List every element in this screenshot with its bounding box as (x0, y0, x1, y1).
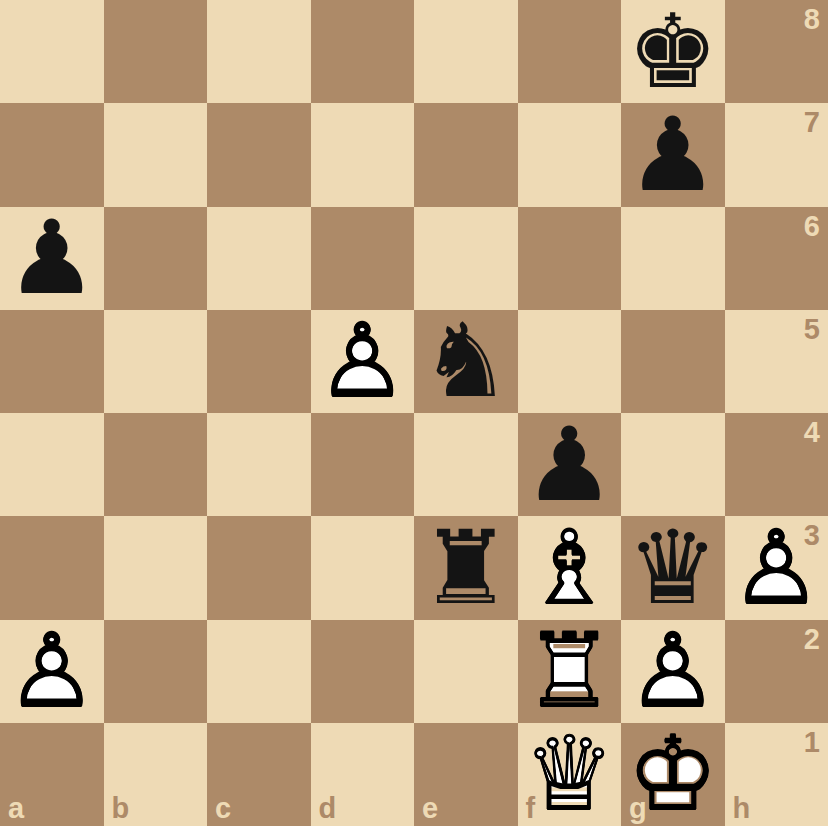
black-king[interactable]: ♚ (621, 0, 725, 103)
black-knight-glyph: ♞ (414, 310, 518, 413)
white-bishop[interactable]: ♝♗ (518, 516, 622, 619)
square-g5[interactable] (621, 310, 725, 413)
white-pawn-outline: ♙ (725, 516, 828, 619)
black-knight[interactable]: ♞ (414, 310, 518, 413)
square-e2[interactable] (414, 620, 518, 723)
square-c6[interactable] (207, 207, 311, 310)
white-pawn[interactable]: ♟♙ (725, 516, 828, 619)
white-bishop-outline: ♗ (518, 516, 622, 619)
square-h2[interactable]: 2 (725, 620, 828, 723)
square-a1[interactable]: a (0, 723, 104, 826)
square-f3[interactable]: ♝♗ (518, 516, 622, 619)
square-e1[interactable]: e (414, 723, 518, 826)
rank-label-6: 6 (804, 212, 820, 241)
white-pawn[interactable]: ♟♙ (621, 620, 725, 723)
black-queen-glyph: ♛ (621, 516, 725, 619)
square-f7[interactable] (518, 103, 622, 206)
square-g1[interactable]: g♚♔ (621, 723, 725, 826)
square-h4[interactable]: 4 (725, 413, 828, 516)
square-f4[interactable]: ♟ (518, 413, 622, 516)
square-d1[interactable]: d (311, 723, 415, 826)
square-d2[interactable] (311, 620, 415, 723)
file-label-e: e (422, 794, 438, 823)
square-e7[interactable] (414, 103, 518, 206)
black-pawn-glyph: ♟ (621, 103, 725, 206)
rank-label-8: 8 (804, 5, 820, 34)
square-e5[interactable]: ♞ (414, 310, 518, 413)
square-f2[interactable]: ♜♖ (518, 620, 622, 723)
file-label-h: h (733, 794, 751, 823)
file-label-d: d (319, 794, 337, 823)
square-a5[interactable] (0, 310, 104, 413)
square-d7[interactable] (311, 103, 415, 206)
white-king-outline: ♔ (621, 723, 725, 826)
square-c5[interactable] (207, 310, 311, 413)
square-g2[interactable]: ♟♙ (621, 620, 725, 723)
square-c3[interactable] (207, 516, 311, 619)
white-queen[interactable]: ♛♕ (518, 723, 622, 826)
rank-label-4: 4 (804, 418, 820, 447)
square-e8[interactable] (414, 0, 518, 103)
rank-label-5: 5 (804, 315, 820, 344)
black-pawn-glyph: ♟ (0, 207, 104, 310)
white-pawn-outline: ♙ (0, 620, 104, 723)
black-king-glyph: ♚ (621, 0, 725, 103)
square-g7[interactable]: ♟ (621, 103, 725, 206)
square-c2[interactable] (207, 620, 311, 723)
white-pawn[interactable]: ♟♙ (311, 310, 415, 413)
square-b6[interactable] (104, 207, 208, 310)
file-label-c: c (215, 794, 231, 823)
square-e6[interactable] (414, 207, 518, 310)
square-a7[interactable] (0, 103, 104, 206)
black-pawn[interactable]: ♟ (518, 413, 622, 516)
rank-label-7: 7 (804, 108, 820, 137)
square-b1[interactable]: b (104, 723, 208, 826)
white-pawn-outline: ♙ (621, 620, 725, 723)
square-e4[interactable] (414, 413, 518, 516)
square-a6[interactable]: ♟ (0, 207, 104, 310)
square-h6[interactable]: 6 (725, 207, 828, 310)
black-rook[interactable]: ♜ (414, 516, 518, 619)
square-a2[interactable]: ♟♙ (0, 620, 104, 723)
square-b7[interactable] (104, 103, 208, 206)
square-b3[interactable] (104, 516, 208, 619)
square-f1[interactable]: f♛♕ (518, 723, 622, 826)
black-queen[interactable]: ♛ (621, 516, 725, 619)
square-b2[interactable] (104, 620, 208, 723)
square-c1[interactable]: c (207, 723, 311, 826)
square-b8[interactable] (104, 0, 208, 103)
black-pawn-glyph: ♟ (518, 413, 622, 516)
square-c4[interactable] (207, 413, 311, 516)
white-king[interactable]: ♚♔ (621, 723, 725, 826)
square-d4[interactable] (311, 413, 415, 516)
square-b5[interactable] (104, 310, 208, 413)
white-rook-outline: ♖ (518, 620, 622, 723)
square-d8[interactable] (311, 0, 415, 103)
square-f8[interactable] (518, 0, 622, 103)
square-g4[interactable] (621, 413, 725, 516)
square-h1[interactable]: 1h (725, 723, 828, 826)
square-f6[interactable] (518, 207, 622, 310)
square-h8[interactable]: 8 (725, 0, 828, 103)
square-f5[interactable] (518, 310, 622, 413)
square-e3[interactable]: ♜ (414, 516, 518, 619)
square-g6[interactable] (621, 207, 725, 310)
square-a3[interactable] (0, 516, 104, 619)
square-d6[interactable] (311, 207, 415, 310)
rank-label-1: 1 (804, 728, 820, 757)
white-queen-outline: ♕ (518, 723, 622, 826)
square-h5[interactable]: 5 (725, 310, 828, 413)
square-a8[interactable] (0, 0, 104, 103)
square-d3[interactable] (311, 516, 415, 619)
square-c7[interactable] (207, 103, 311, 206)
black-pawn[interactable]: ♟ (0, 207, 104, 310)
square-d5[interactable]: ♟♙ (311, 310, 415, 413)
file-label-a: a (8, 794, 24, 823)
square-c8[interactable] (207, 0, 311, 103)
square-g8[interactable]: ♚ (621, 0, 725, 103)
file-label-b: b (112, 794, 130, 823)
black-pawn[interactable]: ♟ (621, 103, 725, 206)
square-h7[interactable]: 7 (725, 103, 828, 206)
square-a4[interactable] (0, 413, 104, 516)
chess-board: ♚8♟7♟6♟♙♞5♟4♜♝♗♛3♟♙♟♙♜♖♟♙2abcdef♛♕g♚♔1h (0, 0, 828, 826)
white-pawn[interactable]: ♟♙ (0, 620, 104, 723)
white-rook[interactable]: ♜♖ (518, 620, 622, 723)
rank-label-2: 2 (804, 625, 820, 654)
square-b4[interactable] (104, 413, 208, 516)
black-rook-glyph: ♜ (414, 516, 518, 619)
square-h3[interactable]: 3♟♙ (725, 516, 828, 619)
white-pawn-outline: ♙ (311, 310, 415, 413)
square-g3[interactable]: ♛ (621, 516, 725, 619)
